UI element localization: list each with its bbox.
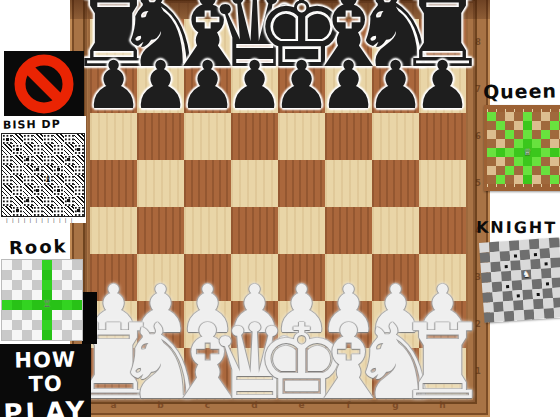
bishop-card-title: BISH DP [0,115,86,133]
mini-square [23,134,33,144]
mini-square [2,270,12,280]
mini-square [74,144,84,154]
mini-square [33,155,43,165]
square-e5[interactable] [278,160,325,207]
move-dot [6,138,9,141]
mini-square [64,196,74,206]
move-dot [77,209,80,212]
how-to-play-line2: PLAY [0,395,91,420]
square-f4[interactable] [325,207,372,254]
mini-square [52,300,62,310]
mini-square [514,310,525,321]
mini-square [552,287,560,298]
move-dot [36,168,39,171]
knight-mini-board: ♞ [479,237,560,322]
move-dot [67,199,70,202]
mini-rook-icon: ♖ [43,300,51,309]
move-dot [544,262,547,265]
square-a4[interactable] [90,207,137,254]
mini-square [2,185,12,195]
mini-square [64,175,74,185]
queen-board-bottom-coords [487,184,560,187]
mini-square [64,134,74,144]
move-dot [77,148,80,151]
mini-square [2,134,12,144]
mini-square [22,260,32,270]
mini-square: ♖ [42,300,52,310]
mini-square [52,320,62,330]
prohibition-icon [4,51,84,117]
move-dot [16,209,19,212]
mini-square [64,185,74,195]
knight-move-card[interactable]: KNIGHT ♞ [476,218,557,317]
mini-square [72,260,82,270]
mini-square [62,320,72,330]
mini-square [541,130,550,139]
move-dot [536,292,539,295]
mini-square [541,148,550,157]
mini-square [43,206,53,216]
mini-square [2,260,12,270]
mini-square [42,280,52,290]
mini-square [12,155,22,165]
bishop-mini-board: ♝ [1,133,85,217]
square-g5[interactable] [372,160,419,207]
mini-square [505,130,514,139]
mini-square [72,280,82,290]
mini-square [551,267,560,278]
mini-bishop-icon: ♝ [44,175,52,184]
mini-square [12,206,22,216]
mini-square [532,121,541,130]
how-to-play-line1: HOW TO [0,347,91,397]
mini-square [12,290,22,300]
mini-square [487,157,496,166]
mini-square [53,206,63,216]
mini-square [514,121,523,130]
mini-square [23,155,33,165]
mini-square [12,280,22,290]
square-h5[interactable] [419,160,466,207]
mini-square [505,148,514,157]
mini-square [550,157,559,166]
mini-square [2,310,12,320]
mini-square [42,330,52,340]
mini-square [532,130,541,139]
mini-square [2,290,12,300]
mini-square [52,260,62,270]
mini-square: ♝ [43,175,53,185]
mini-square [532,112,541,121]
mini-square [22,280,32,290]
mini-square [541,121,550,130]
mini-square [487,130,496,139]
mini-square [53,185,63,195]
mini-square: ♕ [523,148,532,157]
mini-square [12,260,22,270]
mini-square [53,196,63,206]
mini-square [12,165,22,175]
move-dot [533,253,536,256]
mini-square [541,139,550,148]
mini-square [64,144,74,154]
mini-square [541,166,550,175]
square-b4[interactable] [137,207,184,254]
mini-square [74,175,84,185]
mini-square [32,330,42,340]
mini-square [43,134,53,144]
mini-square [12,196,22,206]
mini-square [23,185,33,195]
mini-square [12,175,22,185]
how-to-play-button[interactable]: HOW TO PLAY [0,344,91,417]
mini-square [74,134,84,144]
mini-square [22,290,32,300]
mini-square [514,148,523,157]
move-dot [36,189,39,192]
mini-square [52,290,62,300]
no-sign-button[interactable] [4,51,84,117]
mini-square [53,155,63,165]
mini-square [2,155,12,165]
mini-square [514,112,523,121]
mini-square [554,307,560,318]
mini-square [74,185,84,195]
square-h4[interactable] [419,207,466,254]
mini-square [523,112,532,121]
mini-square [523,157,532,166]
knight-card-title: KNIGHT [476,218,557,238]
mini-square [550,257,560,268]
mini-square [52,330,62,340]
mini-square [541,157,550,166]
rook-card-title: Rook [9,235,81,258]
mini-square [74,155,84,165]
square-b5[interactable] [137,160,184,207]
mini-square [532,166,541,175]
mini-square [523,166,532,175]
mini-square [52,270,62,280]
mini-square [544,308,555,319]
mini-square [514,139,523,148]
mini-square [496,112,505,121]
mini-square [2,330,12,340]
mini-square [42,260,52,270]
square-g4[interactable] [372,207,419,254]
mini-square [62,260,72,270]
mini-square [496,166,505,175]
mini-square [487,175,496,184]
mini-square [72,320,82,330]
mini-square [2,175,12,185]
mini-square [541,175,550,184]
piece-black-pawn-h7[interactable]: ♟ [396,53,490,119]
queen-card-title: Queen [483,79,560,103]
mini-square [514,166,523,175]
mini-square [12,310,22,320]
mini-square [33,165,43,175]
mini-square [72,270,82,280]
mini-square [532,175,541,184]
mini-square [23,196,33,206]
mini-square [62,280,72,290]
mini-square [504,311,515,322]
mini-square [12,330,22,340]
move-dot [513,254,516,257]
mini-square [72,290,82,300]
mini-square [62,310,72,320]
mini-square [53,144,63,154]
move-dot [57,168,60,171]
mini-square [64,165,74,175]
mini-square [62,270,72,280]
mini-square [496,121,505,130]
mini-square [550,175,559,184]
mini-square [32,270,42,280]
mini-square [72,310,82,320]
move-dot [545,282,548,285]
mini-square [22,270,32,280]
square-d5[interactable] [231,160,278,207]
mini-square [23,175,33,185]
mini-square [53,175,63,185]
mini-square [64,206,74,216]
mini-square [487,166,496,175]
mini-square [2,300,12,310]
square-a5[interactable] [90,160,137,207]
mini-square [532,139,541,148]
mini-square [62,330,72,340]
mini-square [550,121,559,130]
mini-square [32,300,42,310]
mini-square [505,121,514,130]
move-dot [26,158,29,161]
mini-square [33,185,43,195]
black-patch [82,292,97,344]
mini-square [487,139,496,148]
mini-square [52,310,62,320]
rook-move-card[interactable]: Rook ♖ [0,236,80,337]
mini-square [505,166,514,175]
mini-square [12,185,22,195]
mini-square [12,300,22,310]
mini-square [496,130,505,139]
mini-square [496,139,505,148]
mini-square [72,300,82,310]
mini-square [32,310,42,320]
mini-square [43,144,53,154]
move-dot [26,199,29,202]
mini-square [74,196,84,206]
mini-square [2,196,12,206]
mini-square [32,260,42,270]
move-dot [57,189,60,192]
mini-square [52,280,62,290]
mini-square [2,320,12,330]
mini-square [550,112,559,121]
queen-move-card[interactable]: Queen ♕ [483,80,560,188]
move-dot [67,158,70,161]
mini-square [541,112,550,121]
mini-square [64,155,74,165]
mini-square [505,157,514,166]
mini-square [523,121,532,130]
mini-square [532,157,541,166]
mini-square [514,130,523,139]
mini-square [487,121,496,130]
mini-square [2,280,12,290]
mini-square [487,148,496,157]
mini-square [532,148,541,157]
mini-queen-icon: ♕ [523,148,531,157]
mini-square [12,320,22,330]
mini-square [74,165,84,175]
square-d4[interactable] [231,207,278,254]
piece-white-rook-h1[interactable]: ♜ [396,310,490,414]
mini-square [2,165,12,175]
mini-square [33,206,43,216]
mini-square [74,206,84,216]
bishop-card-ticks: |||||||||||| [0,217,86,223]
mini-square [43,185,53,195]
move-dot [16,148,19,151]
mini-square [33,175,43,185]
square-e4[interactable] [278,207,325,254]
mini-square [12,144,22,154]
mini-square [23,165,33,175]
mini-square [32,280,42,290]
mini-square [552,277,560,288]
mini-square [505,175,514,184]
mini-square [550,130,559,139]
move-dot [505,285,508,288]
mini-square [553,297,560,308]
mini-square [33,134,43,144]
mini-square [505,112,514,121]
square-c4[interactable] [184,207,231,254]
mini-square [23,144,33,154]
rook-mini-board: ♖ [2,260,82,340]
mini-square [487,112,496,121]
mini-square [23,206,33,216]
queen-mini-board-frame: ♕ [484,105,560,191]
mini-square [32,290,42,300]
mini-square [550,139,559,148]
mini-square [42,270,52,280]
mini-square [43,155,53,165]
mini-square [32,320,42,330]
mini-square [494,311,505,322]
square-f5[interactable] [325,160,372,207]
mini-square [43,196,53,206]
mini-square [22,320,32,330]
mini-square [550,148,559,157]
mini-square [514,175,523,184]
mini-square [534,309,545,320]
mini-square [12,134,22,144]
mini-square [72,330,82,340]
mini-square [550,166,559,175]
chess-game-screen: abcdefgh 87654321 ♜♞♝♛♚♝♞♜♟♟♟♟♟♟♟♟♟♟♟♟♟♟… [0,0,560,420]
mini-square [12,270,22,280]
mini-square [22,300,32,310]
mini-square [496,157,505,166]
mini-square [33,196,43,206]
mini-square [42,310,52,320]
mini-square [22,310,32,320]
move-dot [516,294,519,297]
move-dot [504,265,507,268]
mini-square [53,165,63,175]
mini-square [22,330,32,340]
mini-square [53,134,63,144]
mini-square [33,144,43,154]
mini-square [2,206,12,216]
mini-square [505,139,514,148]
bishop-move-card[interactable]: BISH DP ♝ |||||||||||| [0,116,86,223]
mini-square [62,300,72,310]
mini-square [42,320,52,330]
mini-square [523,130,532,139]
mini-square [62,290,72,300]
mini-knight-icon: ♞ [522,270,531,280]
mini-square [496,175,505,184]
square-c5[interactable] [184,160,231,207]
mini-square [514,157,523,166]
mini-square [484,312,495,323]
mini-square [523,175,532,184]
queen-mini-board: ♕ [487,112,560,184]
mini-square [496,148,505,157]
mini-square [2,144,12,154]
mini-square [524,309,535,320]
